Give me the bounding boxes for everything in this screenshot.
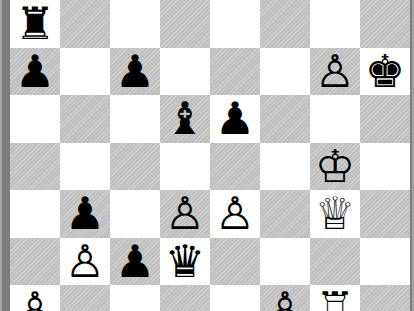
- black-pawn: ♟: [115, 48, 155, 96]
- square-f7: [260, 48, 310, 96]
- square-h2: [360, 285, 410, 311]
- square-h6: [360, 95, 410, 143]
- square-b5: [60, 143, 110, 191]
- white-pawn: ♙: [15, 285, 55, 311]
- black-pawn: ♟: [15, 48, 55, 96]
- square-f5: [260, 143, 310, 191]
- square-h4: [360, 190, 410, 238]
- square-g6: [310, 95, 360, 143]
- square-a6: [10, 95, 60, 143]
- square-a7: ♟: [10, 48, 60, 96]
- square-g3: [310, 238, 360, 286]
- square-c6: [110, 95, 160, 143]
- square-g7: ♙: [310, 48, 360, 96]
- square-f4: [260, 190, 310, 238]
- square-f8: [260, 0, 310, 48]
- frame-left-highlight-edge: [0, 0, 2, 311]
- square-d4: ♙: [160, 190, 210, 238]
- square-a8: ♜: [10, 0, 60, 48]
- square-b3: ♙: [60, 238, 110, 286]
- square-a3: [10, 238, 60, 286]
- white-pawn: ♙: [65, 238, 105, 286]
- black-rook: ♜: [15, 0, 55, 48]
- white-pawn: ♙: [215, 190, 255, 238]
- square-c8: [110, 0, 160, 48]
- square-d7: [160, 48, 210, 96]
- square-c3: ♟: [110, 238, 160, 286]
- white-queen: ♕: [315, 190, 355, 238]
- black-pawn: ♟: [115, 238, 155, 286]
- square-b7: [60, 48, 110, 96]
- white-pawn: ♙: [265, 285, 305, 311]
- square-d5: [160, 143, 210, 191]
- square-h7: ♚: [360, 48, 410, 96]
- square-b6: [60, 95, 110, 143]
- square-c4: [110, 190, 160, 238]
- square-h5: [360, 143, 410, 191]
- black-king: ♚: [365, 48, 405, 96]
- square-e6: ♟: [210, 95, 260, 143]
- black-pawn: ♟: [65, 190, 105, 238]
- black-bishop: ♝: [165, 95, 205, 143]
- square-c2: [110, 285, 160, 311]
- square-f2: ♙: [260, 285, 310, 311]
- square-d6: ♝: [160, 95, 210, 143]
- square-g5: ♔: [310, 143, 360, 191]
- square-a2: ♙: [10, 285, 60, 311]
- square-e2: [210, 285, 260, 311]
- square-e7: [210, 48, 260, 96]
- square-c7: ♟: [110, 48, 160, 96]
- black-queen: ♛: [165, 238, 205, 286]
- square-d8: [160, 0, 210, 48]
- square-e8: [210, 0, 260, 48]
- square-b2: [60, 285, 110, 311]
- square-g2: ♖: [310, 285, 360, 311]
- square-f6: [260, 95, 310, 143]
- square-e5: [210, 143, 260, 191]
- square-e4: ♙: [210, 190, 260, 238]
- white-rook: ♖: [315, 285, 355, 311]
- square-f3: [260, 238, 310, 286]
- white-pawn: ♙: [315, 48, 355, 96]
- square-g8: [310, 0, 360, 48]
- square-b4: ♟: [60, 190, 110, 238]
- square-c5: [110, 143, 160, 191]
- square-e3: [210, 238, 260, 286]
- square-h8: [360, 0, 410, 48]
- square-d3: ♛: [160, 238, 210, 286]
- square-h3: [360, 238, 410, 286]
- square-b8: [60, 0, 110, 48]
- white-king: ♔: [315, 143, 355, 191]
- chess-board: ♜♟♟♙♚♝♟♔♟♙♙♕♙♟♛♙♙♖: [10, 0, 410, 311]
- chess-diagram-frame: ♜♟♟♙♚♝♟♔♟♙♙♕♙♟♛♙♙♖: [0, 0, 414, 311]
- black-pawn: ♟: [215, 95, 255, 143]
- square-a4: [10, 190, 60, 238]
- white-pawn: ♙: [165, 190, 205, 238]
- square-d2: [160, 285, 210, 311]
- square-g4: ♕: [310, 190, 360, 238]
- square-a5: [10, 143, 60, 191]
